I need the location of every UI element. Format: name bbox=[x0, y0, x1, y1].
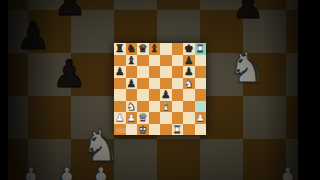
black-pawn-icon: ♟ bbox=[184, 66, 194, 77]
square-f7 bbox=[172, 55, 184, 67]
square-h7 bbox=[195, 55, 207, 67]
square-a6: ♟ bbox=[114, 66, 126, 78]
square-d7 bbox=[149, 55, 161, 67]
square-h5 bbox=[195, 78, 207, 90]
square-e4: ♟ bbox=[160, 89, 172, 101]
square-c3 bbox=[137, 101, 149, 113]
square-g1 bbox=[183, 124, 195, 136]
black-pawn-icon: ♟ bbox=[184, 55, 194, 66]
square-h2: ♟ bbox=[195, 112, 207, 124]
square-b3: ♞ bbox=[126, 101, 138, 113]
square-d3 bbox=[149, 101, 161, 113]
square-h1 bbox=[195, 124, 207, 136]
white-pawn-icon: ♟ bbox=[196, 112, 206, 123]
square-a2: ♟ bbox=[114, 112, 126, 124]
square-g2 bbox=[183, 112, 195, 124]
square-e7 bbox=[160, 55, 172, 67]
square-d2 bbox=[149, 112, 161, 124]
square-e3: ♝ bbox=[160, 101, 172, 113]
black-knight-icon: ♞ bbox=[127, 43, 137, 54]
square-b4 bbox=[126, 89, 138, 101]
square-g8: ♚ bbox=[183, 43, 195, 55]
square-f4 bbox=[172, 89, 184, 101]
square-d4 bbox=[149, 89, 161, 101]
square-c6 bbox=[137, 66, 149, 78]
square-c1: ♚ bbox=[137, 124, 149, 136]
square-b7: ♝ bbox=[126, 55, 138, 67]
black-queen-icon: ♛ bbox=[138, 43, 148, 54]
square-d1 bbox=[149, 124, 161, 136]
square-f1: ♜ bbox=[172, 124, 184, 136]
square-g7: ♟ bbox=[183, 55, 195, 67]
square-b2: ♟ bbox=[126, 112, 138, 124]
white-knight-icon: ♞ bbox=[127, 101, 137, 112]
square-a4 bbox=[114, 89, 126, 101]
background-black-pawn-icon: ♟ bbox=[54, 0, 86, 21]
square-f6 bbox=[172, 66, 184, 78]
square-c8: ♛ bbox=[137, 43, 149, 55]
white-pawn-icon: ♟ bbox=[127, 112, 137, 123]
background-white-pawn-icon: ♟ bbox=[85, 163, 117, 180]
video-frame[interactable]: ♟♟♟♟♞♞♟♟♟♟ ♜♞♛♝♚♜♝♟♟♟♟♞♟♞♝♟♟♛♟♚♜ bbox=[0, 0, 320, 180]
square-g6: ♟ bbox=[183, 66, 195, 78]
square-b5: ♟ bbox=[126, 78, 138, 90]
square-c5 bbox=[137, 78, 149, 90]
square-e8 bbox=[160, 43, 172, 55]
square-e2 bbox=[160, 112, 172, 124]
black-rook-icon: ♜ bbox=[115, 43, 125, 54]
square-b8: ♞ bbox=[126, 43, 138, 55]
square-f3 bbox=[172, 101, 184, 113]
square-g5: ♞ bbox=[183, 78, 195, 90]
square-c2: ♛ bbox=[137, 112, 149, 124]
square-a5 bbox=[114, 78, 126, 90]
square-e5 bbox=[160, 78, 172, 90]
white-rook-icon: ♜ bbox=[196, 43, 206, 54]
background-white-pawn-icon: ♟ bbox=[15, 163, 47, 180]
square-a3 bbox=[114, 101, 126, 113]
black-pawn-icon: ♟ bbox=[161, 89, 171, 100]
white-knight-icon: ♞ bbox=[184, 78, 194, 89]
square-h6 bbox=[195, 66, 207, 78]
square-h8: ♜ bbox=[195, 43, 207, 55]
background-black-pawn-icon: ♟ bbox=[16, 17, 50, 55]
black-pawn-icon: ♟ bbox=[115, 66, 125, 77]
black-bishop-icon: ♝ bbox=[150, 43, 160, 54]
square-h4 bbox=[195, 89, 207, 101]
square-d5 bbox=[149, 78, 161, 90]
square-g3 bbox=[183, 101, 195, 113]
square-c4 bbox=[137, 89, 149, 101]
white-queen-icon: ♛ bbox=[138, 112, 148, 123]
square-e1 bbox=[160, 124, 172, 136]
square-f2 bbox=[172, 112, 184, 124]
watermark bbox=[116, 128, 135, 133]
black-pawn-icon: ♟ bbox=[127, 78, 137, 89]
square-d8: ♝ bbox=[149, 43, 161, 55]
black-bishop-icon: ♝ bbox=[127, 55, 137, 66]
white-king-icon: ♚ bbox=[138, 124, 148, 135]
white-rook-icon: ♜ bbox=[173, 124, 183, 135]
square-b6 bbox=[126, 66, 138, 78]
square-e6 bbox=[160, 66, 172, 78]
square-g4 bbox=[183, 89, 195, 101]
square-c7 bbox=[137, 55, 149, 67]
background-white-knight-icon: ♞ bbox=[228, 47, 266, 89]
black-king-icon: ♚ bbox=[184, 43, 194, 54]
square-d6 bbox=[149, 66, 161, 78]
square-a7 bbox=[114, 55, 126, 67]
square-f8 bbox=[172, 43, 184, 55]
background-black-pawn-icon: ♟ bbox=[232, 0, 264, 24]
background-black-pawn-icon: ♟ bbox=[52, 55, 86, 93]
background-white-pawn-icon: ♟ bbox=[51, 163, 83, 180]
square-f5 bbox=[172, 78, 184, 90]
background-white-pawn-icon: ♟ bbox=[272, 163, 304, 180]
white-pawn-icon: ♟ bbox=[115, 112, 125, 123]
square-a8: ♜ bbox=[114, 43, 126, 55]
chess-board: ♜♞♛♝♚♜♝♟♟♟♟♞♟♞♝♟♟♛♟♚♜ bbox=[114, 43, 206, 135]
square-h3 bbox=[195, 101, 207, 113]
white-bishop-icon: ♝ bbox=[161, 101, 171, 112]
